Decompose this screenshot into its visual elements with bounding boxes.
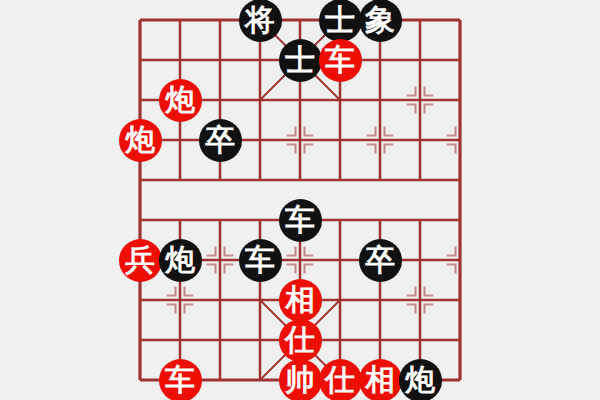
piece-black-elephant[interactable]: 象 — [359, 0, 402, 42]
piece-black-chariot[interactable]: 车 — [239, 239, 282, 282]
piece-red-elephant[interactable]: 相 — [279, 279, 322, 322]
piece-red-cannon[interactable]: 炮 — [119, 119, 162, 162]
piece-red-chariot[interactable]: 车 — [159, 359, 202, 400]
piece-red-advisor[interactable]: 仕 — [279, 319, 322, 362]
piece-red-soldier[interactable]: 兵 — [119, 239, 162, 282]
xiangqi-board[interactable]: 将士象士车炮炮卒车兵炮车卒相仕车帅仕相炮 — [120, 0, 480, 400]
piece-black-soldier[interactable]: 卒 — [359, 239, 402, 282]
piece-red-elephant[interactable]: 相 — [359, 359, 402, 400]
xiangqi-app: 将士象士车炮炮卒车兵炮车卒相仕车帅仕相炮 — [0, 0, 600, 400]
piece-black-cannon[interactable]: 炮 — [399, 359, 442, 400]
piece-black-soldier[interactable]: 卒 — [199, 119, 242, 162]
piece-black-chariot[interactable]: 车 — [279, 199, 322, 242]
piece-black-cannon[interactable]: 炮 — [159, 239, 202, 282]
piece-red-general[interactable]: 帅 — [279, 359, 322, 400]
piece-black-advisor[interactable]: 士 — [319, 0, 362, 42]
piece-red-chariot[interactable]: 车 — [319, 39, 362, 82]
piece-red-advisor[interactable]: 仕 — [319, 359, 362, 400]
piece-red-cannon[interactable]: 炮 — [159, 79, 202, 122]
piece-black-advisor[interactable]: 士 — [279, 39, 322, 82]
piece-black-general[interactable]: 将 — [239, 0, 282, 42]
